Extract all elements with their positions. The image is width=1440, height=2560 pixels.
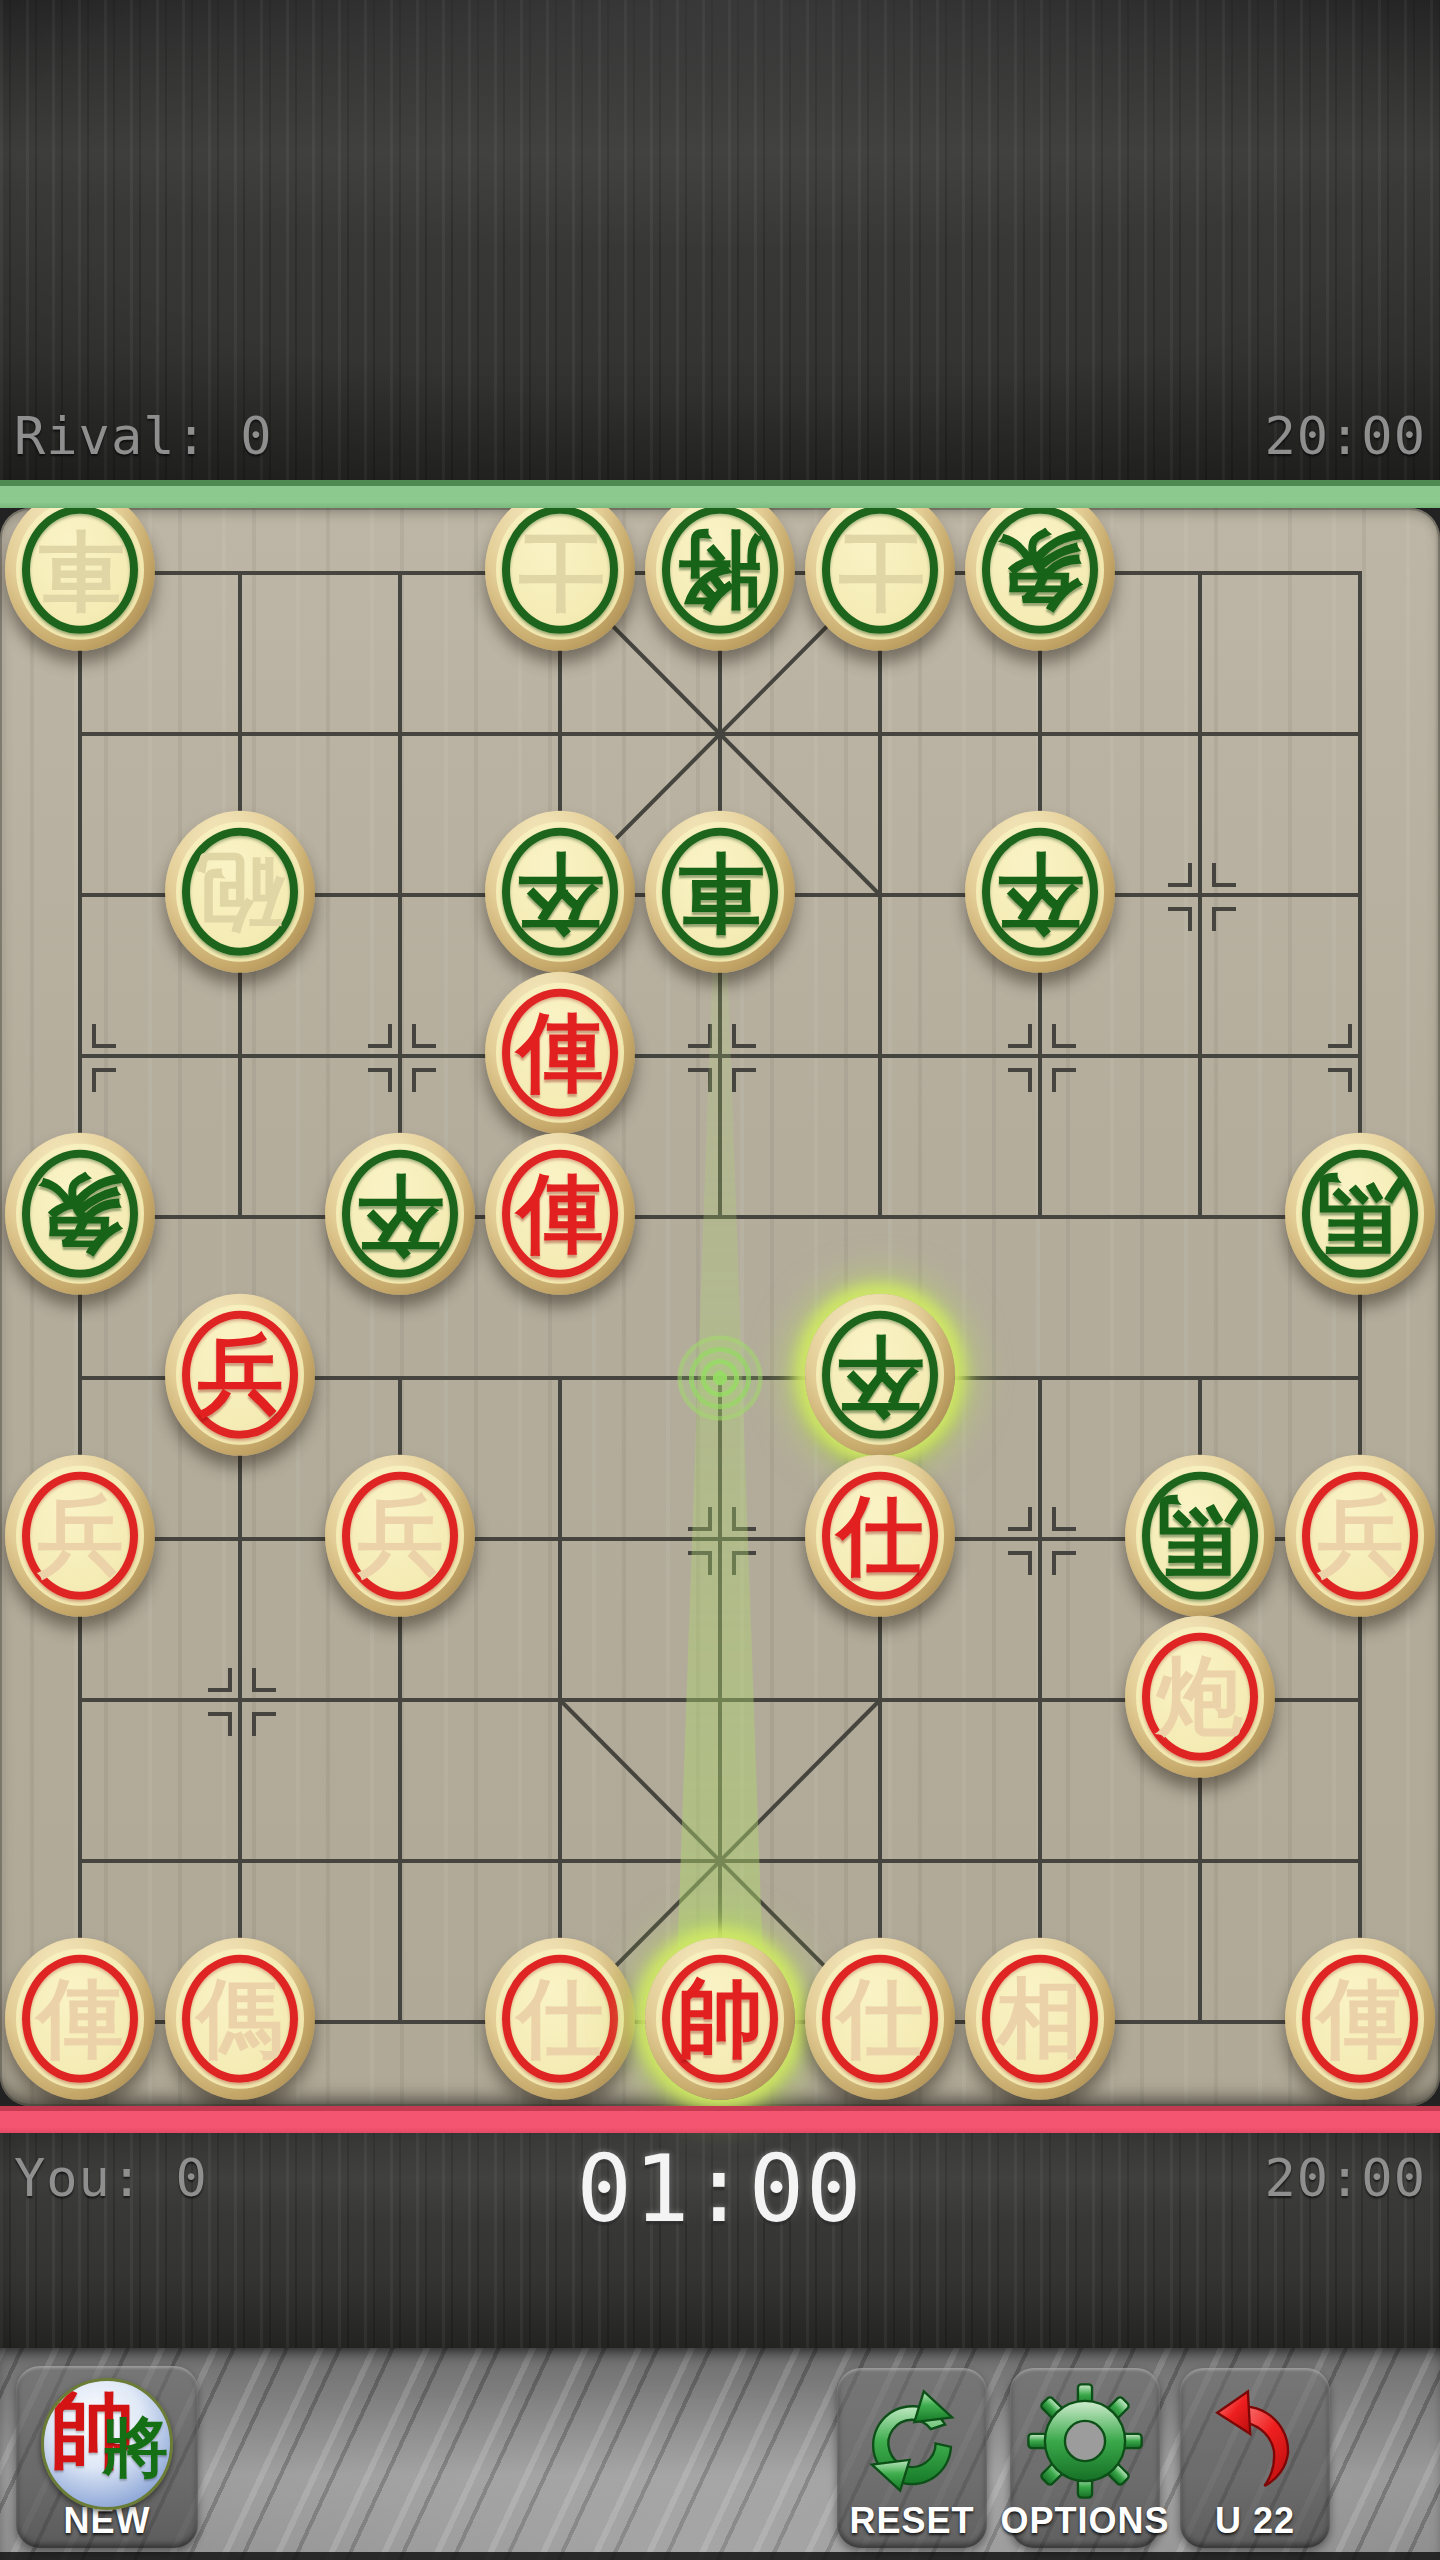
- undo-arrow-icon: [1196, 2382, 1314, 2500]
- point-marker: [1328, 1068, 1352, 1092]
- point-marker: [252, 1712, 276, 1736]
- green-general-glyph: 將: [102, 2415, 168, 2481]
- piece-glyph: 象: [965, 489, 1115, 651]
- green-advisor[interactable]: 士: [805, 489, 955, 651]
- move-origin-marker: [671, 1329, 769, 1427]
- piece-glyph: 仕: [805, 1455, 955, 1617]
- point-marker: [1008, 1551, 1032, 1575]
- point-marker: [1008, 1068, 1032, 1092]
- grid-line: [1358, 573, 1362, 2022]
- undo-button[interactable]: U 22: [1180, 2368, 1330, 2548]
- rival-clock: 20:00: [1264, 406, 1426, 466]
- app-screen: Rival: 0 20:00 車士將士象砲卒車卒象卒馬卒馬俥俥兵兵兵仕兵炮俥傌仕…: [0, 0, 1440, 2560]
- options-label: OPTIONS: [1000, 2500, 1169, 2542]
- green-chariot[interactable]: 車: [645, 811, 795, 973]
- piece-glyph: 馬: [1125, 1455, 1275, 1617]
- point-marker: [732, 1024, 756, 1048]
- green-advisor[interactable]: 士: [485, 489, 635, 651]
- point-marker: [1168, 863, 1192, 887]
- grid-line: [1198, 573, 1202, 1217]
- red-soldier[interactable]: 兵: [5, 1455, 155, 1617]
- point-marker: [1008, 1507, 1032, 1531]
- rival-side-strip: [0, 480, 1440, 508]
- red-chariot[interactable]: 俥: [485, 1133, 635, 1295]
- red-general[interactable]: 帥: [645, 1938, 795, 2100]
- move-timer: 01:00: [0, 2136, 1440, 2243]
- red-elephant[interactable]: 相: [965, 1938, 1115, 2100]
- green-soldier[interactable]: 卒: [485, 811, 635, 973]
- point-marker: [92, 1024, 116, 1048]
- piece-glyph: 俥: [485, 972, 635, 1134]
- point-marker: [208, 1712, 232, 1736]
- point-marker: [368, 1024, 392, 1048]
- point-marker: [368, 1068, 392, 1092]
- point-marker: [92, 1068, 116, 1092]
- green-cannon[interactable]: 砲: [165, 811, 315, 973]
- green-chariot[interactable]: 車: [5, 489, 155, 651]
- grid-line: [1038, 1378, 1042, 2022]
- green-elephant[interactable]: 象: [5, 1133, 155, 1295]
- piece-glyph: 士: [485, 489, 635, 651]
- piece-glyph: 兵: [165, 1294, 315, 1456]
- options-button[interactable]: OPTIONS: [1010, 2368, 1160, 2548]
- piece-glyph: 象: [5, 1133, 155, 1295]
- piece-glyph: 卒: [965, 811, 1115, 973]
- piece-glyph: 俥: [1285, 1938, 1435, 2100]
- piece-glyph: 馬: [1285, 1133, 1435, 1295]
- xiangqi-app-icon: 帥 將: [41, 2378, 173, 2510]
- grid-line: [238, 1378, 242, 2022]
- red-chariot[interactable]: 俥: [1285, 1938, 1435, 2100]
- green-soldier[interactable]: 卒: [965, 811, 1115, 973]
- reset-button[interactable]: RESET: [837, 2368, 987, 2548]
- piece-glyph: 帥: [645, 1938, 795, 2100]
- point-marker: [1052, 1024, 1076, 1048]
- point-marker: [1212, 863, 1236, 887]
- piece-glyph: 仕: [485, 1938, 635, 2100]
- red-advisor[interactable]: 仕: [805, 1455, 955, 1617]
- point-marker: [1052, 1551, 1076, 1575]
- undo-label: U 22: [1215, 2500, 1295, 2542]
- green-soldier[interactable]: 卒: [325, 1133, 475, 1295]
- green-general[interactable]: 將: [645, 489, 795, 651]
- gear-icon: [1026, 2382, 1144, 2500]
- red-cannon[interactable]: 炮: [1125, 1616, 1275, 1778]
- red-chariot[interactable]: 俥: [5, 1938, 155, 2100]
- green-horse[interactable]: 馬: [1285, 1133, 1435, 1295]
- red-advisor[interactable]: 仕: [485, 1938, 635, 2100]
- grid-line: [398, 573, 402, 1217]
- piece-glyph: 俥: [5, 1938, 155, 2100]
- point-marker: [1052, 1068, 1076, 1092]
- piece-glyph: 將: [645, 489, 795, 651]
- point-marker: [412, 1024, 436, 1048]
- piece-glyph: 卒: [325, 1133, 475, 1295]
- piece-glyph: 車: [5, 489, 155, 651]
- red-soldier[interactable]: 兵: [325, 1455, 475, 1617]
- red-soldier[interactable]: 兵: [165, 1294, 315, 1456]
- player-side-strip: [0, 2106, 1440, 2133]
- rival-score-bar: Rival: 0 20:00: [0, 396, 1440, 476]
- red-horse[interactable]: 傌: [165, 1938, 315, 2100]
- point-marker: [1008, 1024, 1032, 1048]
- point-marker: [1052, 1507, 1076, 1531]
- reset-label: RESET: [849, 2500, 974, 2542]
- piece-glyph: 炮: [1125, 1616, 1275, 1778]
- piece-glyph: 兵: [325, 1455, 475, 1617]
- piece-glyph: 兵: [1285, 1455, 1435, 1617]
- point-marker: [252, 1668, 276, 1692]
- new-game-button[interactable]: 帥 將 NEW: [16, 2366, 198, 2548]
- piece-glyph: 車: [645, 811, 795, 973]
- point-marker: [732, 1068, 756, 1092]
- red-soldier[interactable]: 兵: [1285, 1455, 1435, 1617]
- green-elephant[interactable]: 象: [965, 489, 1115, 651]
- piece-glyph: 卒: [805, 1294, 955, 1456]
- piece-glyph: 仕: [805, 1938, 955, 2100]
- point-marker: [412, 1068, 436, 1092]
- piece-glyph: 卒: [485, 811, 635, 973]
- grid-line: [78, 573, 82, 2022]
- point-marker: [208, 1668, 232, 1692]
- refresh-icon: [853, 2382, 971, 2500]
- red-advisor[interactable]: 仕: [805, 1938, 955, 2100]
- rival-score: Rival: 0: [14, 406, 272, 466]
- piece-glyph: 士: [805, 489, 955, 651]
- piece-glyph: 兵: [5, 1455, 155, 1617]
- green-soldier[interactable]: 卒: [805, 1294, 955, 1456]
- piece-glyph: 傌: [165, 1938, 315, 2100]
- point-marker: [1168, 907, 1192, 931]
- piece-glyph: 相: [965, 1938, 1115, 2100]
- green-horse[interactable]: 馬: [1125, 1455, 1275, 1617]
- point-marker: [688, 1024, 712, 1048]
- red-chariot[interactable]: 俥: [485, 972, 635, 1134]
- piece-glyph: 砲: [165, 811, 315, 973]
- piece-glyph: 俥: [485, 1133, 635, 1295]
- point-marker: [1212, 907, 1236, 931]
- point-marker: [1328, 1024, 1352, 1048]
